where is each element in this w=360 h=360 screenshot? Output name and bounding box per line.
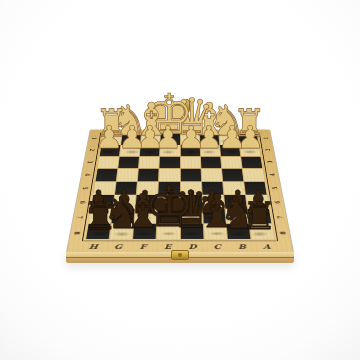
rank-label-right-3: 3: [258, 159, 282, 165]
brass-latch-icon: [171, 250, 189, 260]
rank-label-left-4: 4: [75, 172, 100, 178]
board-square-d3: [180, 157, 200, 169]
board-front-edge: [66, 252, 294, 263]
rank-label-left-3: 3: [78, 159, 102, 165]
board-square-g3: [118, 157, 139, 169]
latch-pin-icon: [178, 253, 182, 257]
piece-white-pawn-h2: ♟: [95, 122, 123, 153]
rank-label-right-4: 4: [260, 172, 285, 178]
board-square-c3: [201, 157, 221, 169]
product-photo: 12345678 12345678 HGFEDCBA ♜♞♝♛♚♝♞♜♟♟♟♟♟…: [0, 0, 360, 360]
file-label-g: G: [105, 243, 131, 250]
file-label-h: H: [80, 243, 106, 250]
piece-black-rook-h8: ♜: [83, 197, 117, 235]
board-square-b4: [222, 169, 243, 181]
file-label-a: A: [254, 243, 280, 250]
board-square-e3: [160, 157, 180, 169]
file-label-b: B: [229, 243, 255, 250]
file-label-c: C: [205, 243, 230, 250]
board-square-b3: [221, 157, 242, 169]
file-label-f: F: [130, 243, 155, 250]
board-square-g4: [117, 169, 138, 181]
board-square-f3: [139, 157, 159, 169]
